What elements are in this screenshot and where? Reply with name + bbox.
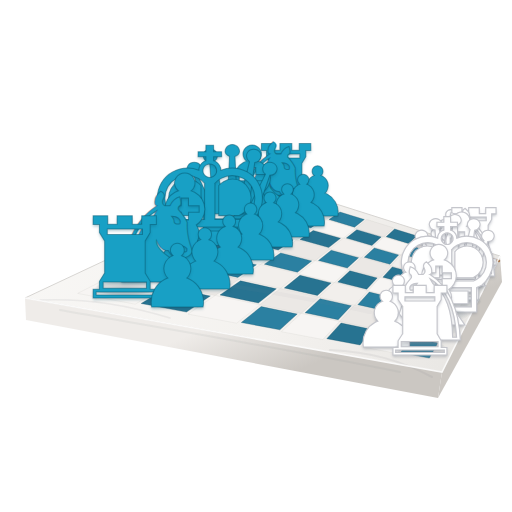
product-photo-chess-set: ♜♞♟♝♟♟♛♚♟♝♟♞♟♟♜♟♟♜♟♟♞♟♝♛♟♚♟♟♝♟♞♜ [0,0,512,512]
chess-board [0,0,512,512]
